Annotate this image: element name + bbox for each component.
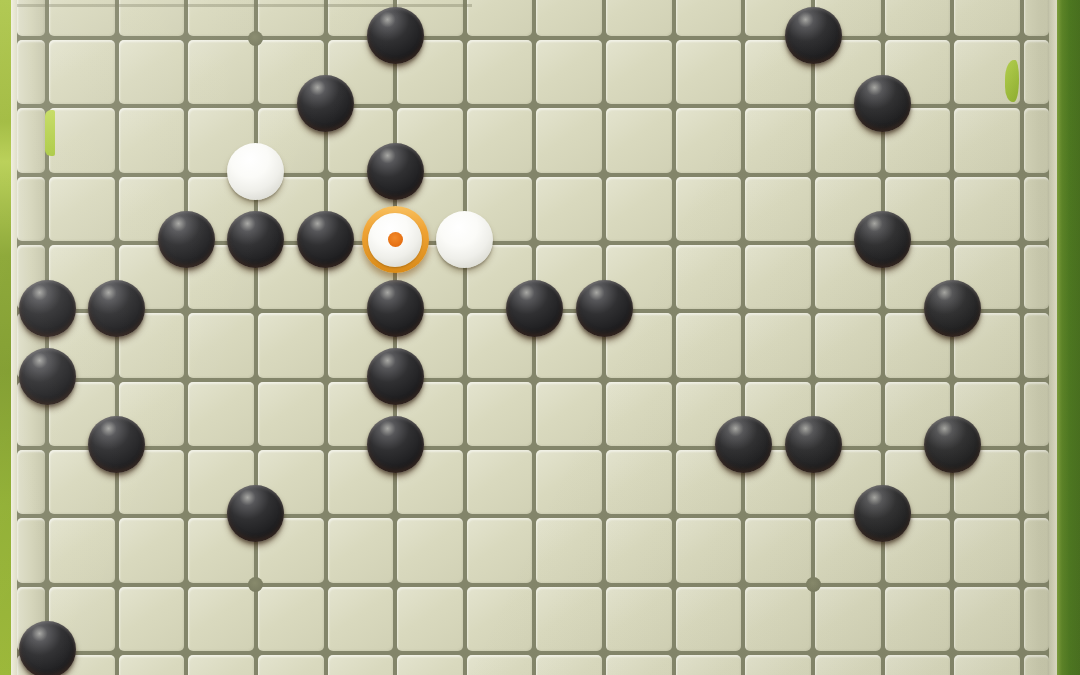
board-tile — [1024, 108, 1049, 172]
last-move-marker — [362, 206, 429, 273]
board-tile — [606, 177, 672, 241]
black-stone — [854, 75, 911, 132]
board-tile — [536, 108, 602, 172]
board-tile — [606, 382, 672, 446]
board-tile — [17, 450, 45, 514]
black-stone — [367, 348, 424, 405]
board-tile — [954, 0, 1020, 36]
right-edge-strip — [1057, 0, 1080, 675]
black-stone — [924, 280, 981, 337]
board-tile — [815, 313, 881, 377]
board-tile — [536, 587, 602, 651]
board-tile — [536, 518, 602, 582]
black-stone — [576, 280, 633, 337]
board-tile — [745, 245, 811, 309]
star-point — [806, 577, 821, 592]
board-tile — [467, 655, 533, 675]
board-tile — [745, 587, 811, 651]
board-tile — [467, 450, 533, 514]
left-edge-strip — [0, 0, 11, 675]
board-tile — [397, 587, 463, 651]
board-tile — [676, 0, 742, 36]
black-stone — [367, 143, 424, 200]
board-tile — [467, 40, 533, 104]
board-tile — [676, 313, 742, 377]
board-tile — [1024, 245, 1049, 309]
board-tile — [606, 518, 672, 582]
leaf-decoration-left — [45, 110, 55, 156]
black-stone — [19, 348, 76, 405]
board-frame-line — [12, 4, 472, 7]
board-tile — [17, 518, 45, 582]
board-tile — [467, 587, 533, 651]
board-tile — [467, 0, 533, 36]
board-tile — [1024, 0, 1049, 36]
black-stone — [158, 211, 215, 268]
board-tile — [676, 587, 742, 651]
board-tile — [49, 40, 115, 104]
board-tile — [119, 518, 185, 582]
board-tile — [397, 655, 463, 675]
board-tile — [815, 655, 881, 675]
board-tile — [328, 518, 394, 582]
black-stone — [227, 485, 284, 542]
board-tile — [397, 518, 463, 582]
black-stone — [19, 621, 76, 675]
black-stone — [367, 280, 424, 337]
board-tile — [676, 655, 742, 675]
right-board-edge-highlight — [1049, 0, 1057, 675]
board-tile — [49, 177, 115, 241]
black-stone — [367, 416, 424, 473]
board-tile — [536, 177, 602, 241]
board-tile — [606, 587, 672, 651]
left-board-edge-highlight — [11, 0, 17, 675]
board-tile — [676, 108, 742, 172]
board-tile — [328, 587, 394, 651]
board-tile — [119, 655, 185, 675]
board-tile — [745, 518, 811, 582]
board-tile — [258, 313, 324, 377]
black-stone — [924, 416, 981, 473]
board-tile — [1024, 518, 1049, 582]
board-tile — [536, 655, 602, 675]
board-tile — [606, 655, 672, 675]
board-tile — [1024, 655, 1049, 675]
board-tile — [815, 587, 881, 651]
board-tile — [606, 450, 672, 514]
board-tile — [328, 655, 394, 675]
board-tile — [258, 655, 324, 675]
black-stone — [367, 7, 424, 64]
board-tile — [954, 655, 1020, 675]
board-tile — [1024, 177, 1049, 241]
board-tile — [467, 518, 533, 582]
board-tile — [745, 108, 811, 172]
board-tile — [954, 177, 1020, 241]
board-tile — [885, 655, 951, 675]
board-tile — [17, 108, 45, 172]
board-tile — [17, 40, 45, 104]
board-tile — [676, 177, 742, 241]
board-tile — [606, 0, 672, 36]
board-tile — [1024, 450, 1049, 514]
board-tile — [745, 177, 811, 241]
black-stone — [715, 416, 772, 473]
leaf-decoration-right — [1005, 60, 1019, 102]
black-stone — [854, 485, 911, 542]
board-tile — [676, 518, 742, 582]
board-tile — [536, 382, 602, 446]
black-stone — [88, 280, 145, 337]
board-tile — [119, 587, 185, 651]
board-tile — [885, 0, 951, 36]
board-tile — [606, 108, 672, 172]
board-tile — [188, 655, 254, 675]
board-tile — [745, 655, 811, 675]
board-tile — [954, 587, 1020, 651]
black-stone — [785, 7, 842, 64]
board-tile — [467, 382, 533, 446]
star-point — [248, 31, 263, 46]
black-stone — [785, 416, 842, 473]
black-stone — [506, 280, 563, 337]
board-tile — [885, 587, 951, 651]
board-tile — [258, 382, 324, 446]
board-tile — [119, 108, 185, 172]
board-tile — [1024, 313, 1049, 377]
board-tile — [188, 382, 254, 446]
board-tile — [49, 518, 115, 582]
board-tile — [676, 40, 742, 104]
board-tile — [467, 108, 533, 172]
board-tile — [49, 108, 115, 172]
board-tile — [188, 313, 254, 377]
board-tile — [1024, 40, 1049, 104]
board-tile — [745, 313, 811, 377]
black-stone — [297, 75, 354, 132]
board-tile — [954, 108, 1020, 172]
board-tile — [119, 40, 185, 104]
board-tile — [188, 587, 254, 651]
board-tile — [954, 518, 1020, 582]
gomoku-board[interactable] — [0, 0, 1080, 675]
board-tile — [676, 245, 742, 309]
board-tile — [536, 0, 602, 36]
board-tile — [258, 587, 324, 651]
board-tile — [536, 40, 602, 104]
board-tile — [188, 40, 254, 104]
board-tile — [1024, 382, 1049, 446]
board-tile — [606, 40, 672, 104]
board-tile — [17, 177, 45, 241]
board-tile — [1024, 587, 1049, 651]
black-stone — [19, 280, 76, 337]
board-tile — [536, 450, 602, 514]
